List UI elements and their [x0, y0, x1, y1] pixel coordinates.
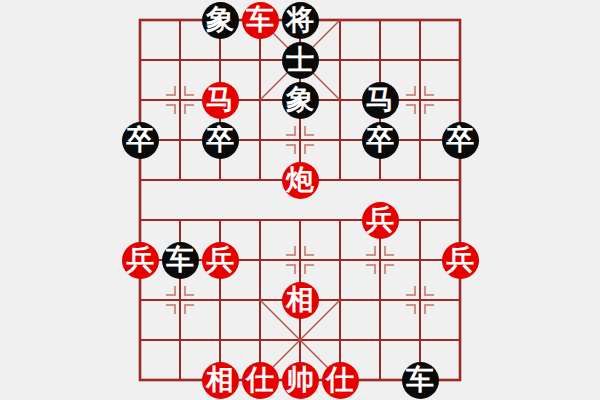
piece-black-chariot[interactable]: 车 [402, 362, 439, 399]
pieces-layer: 象车将士马象马卒卒卒卒炮兵兵车兵兵相相仕帅仕车 [120, 0, 480, 400]
piece-black-soldier[interactable]: 卒 [122, 122, 159, 159]
piece-red-soldier[interactable]: 兵 [362, 202, 399, 239]
piece-red-elephant[interactable]: 相 [282, 282, 319, 319]
piece-red-horse[interactable]: 马 [202, 82, 239, 119]
piece-red-cannon[interactable]: 炮 [282, 162, 319, 199]
piece-red-soldier[interactable]: 兵 [202, 242, 239, 279]
piece-red-chariot[interactable]: 车 [242, 2, 279, 39]
piece-red-general[interactable]: 帅 [282, 362, 319, 399]
piece-red-elephant[interactable]: 相 [202, 362, 239, 399]
xiangqi-app: 象车将士马象马卒卒卒卒炮兵兵车兵兵相相仕帅仕车 [0, 0, 600, 400]
piece-red-soldier[interactable]: 兵 [122, 242, 159, 279]
piece-black-advisor[interactable]: 士 [282, 42, 319, 79]
piece-black-chariot[interactable]: 车 [162, 242, 199, 279]
piece-black-general[interactable]: 将 [282, 2, 319, 39]
piece-black-soldier[interactable]: 卒 [202, 122, 239, 159]
piece-red-advisor[interactable]: 仕 [322, 362, 359, 399]
piece-red-soldier[interactable]: 兵 [442, 242, 479, 279]
piece-black-horse[interactable]: 马 [362, 82, 399, 119]
piece-black-elephant[interactable]: 象 [282, 82, 319, 119]
piece-red-advisor[interactable]: 仕 [242, 362, 279, 399]
piece-black-elephant[interactable]: 象 [202, 2, 239, 39]
piece-black-soldier[interactable]: 卒 [442, 122, 479, 159]
piece-black-soldier[interactable]: 卒 [362, 122, 399, 159]
